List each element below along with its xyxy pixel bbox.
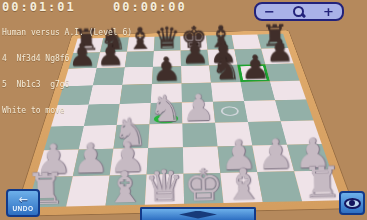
move-hint-ring xyxy=(220,106,239,116)
square-f5[interactable] xyxy=(211,82,244,102)
square-b1[interactable] xyxy=(66,175,110,206)
square-h4[interactable] xyxy=(275,100,313,122)
view-flip-handle[interactable] xyxy=(140,207,256,220)
eye-pupil xyxy=(349,200,355,206)
info-panel: Human versus A.I. (Level 6) 4 Nf3d4 Ng8f… xyxy=(2,12,132,124)
square-h1[interactable]: ♜ xyxy=(294,170,341,201)
undo-button[interactable]: ← UNDO xyxy=(6,189,40,217)
piece-white-rook-h1[interactable]: ♜ xyxy=(302,161,342,203)
magnifier-handle xyxy=(301,12,306,17)
piece-white-pawn-e4[interactable]: ♟ xyxy=(182,90,216,125)
square-d4[interactable]: ♞ xyxy=(150,102,183,124)
undo-button-label: UNDO xyxy=(12,205,33,212)
piece-white-king-e1[interactable]: ♚ xyxy=(183,164,223,206)
square-d8[interactable]: ♛ xyxy=(154,36,181,51)
piece-black-knight-f6[interactable]: ♞ xyxy=(210,52,240,84)
piece-white-bishop-f1[interactable]: ♝ xyxy=(223,163,263,205)
zoom-widget: − + xyxy=(254,2,344,21)
magnifier-icon xyxy=(293,6,305,18)
square-d6[interactable]: ♟ xyxy=(152,66,182,84)
piece-black-pawn-d6[interactable]: ♟ xyxy=(151,54,181,86)
square-d1[interactable]: ♛ xyxy=(145,174,184,205)
square-h6[interactable] xyxy=(265,64,299,82)
mode-line: Human versus A.I. (Level 6) xyxy=(2,29,132,38)
move-list-row: 4 Nf3d4 Ng8f6 xyxy=(2,55,132,64)
square-e6[interactable] xyxy=(181,65,211,83)
piece-black-queen-d8[interactable]: ♛ xyxy=(153,23,181,52)
square-c1[interactable]: ♝ xyxy=(105,175,146,206)
square-d3[interactable] xyxy=(148,124,183,148)
piece-white-knight-d4[interactable]: ♞ xyxy=(149,91,183,126)
square-f6[interactable]: ♞ xyxy=(209,65,240,83)
square-e4[interactable]: ♟ xyxy=(182,102,215,124)
piece-white-bishop-c1[interactable]: ♝ xyxy=(104,166,144,208)
square-f1[interactable]: ♝ xyxy=(220,172,262,203)
piece-white-queen-d1[interactable]: ♛ xyxy=(144,165,184,207)
square-e1[interactable]: ♚ xyxy=(183,173,223,204)
zoom-in-button[interactable]: + xyxy=(323,5,334,18)
square-h5[interactable] xyxy=(270,81,306,101)
move-list-row: 5 Nb1c3 g7g6 xyxy=(2,81,132,90)
eye-icon xyxy=(344,198,361,209)
undo-left-arrow-icon: ← xyxy=(18,195,27,205)
status-line: White to move xyxy=(2,107,132,116)
square-e3[interactable] xyxy=(182,123,217,147)
piece-black-pawn-e7[interactable]: ♟ xyxy=(180,37,209,67)
zoom-out-button[interactable]: − xyxy=(264,5,275,18)
eye-view-button[interactable] xyxy=(339,191,365,215)
diamond-arrow-icon xyxy=(179,211,217,219)
piece-black-pawn-g6[interactable]: ♟ xyxy=(240,52,270,84)
square-e7[interactable]: ♟ xyxy=(181,50,209,66)
square-g6[interactable]: ♟ xyxy=(237,64,270,82)
square-f4[interactable] xyxy=(213,101,248,123)
